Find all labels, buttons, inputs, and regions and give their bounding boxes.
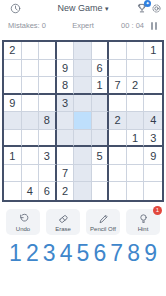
- cell-r8c6[interactable]: [92, 165, 110, 183]
- cell-r9c9[interactable]: [144, 182, 162, 200]
- eraser-icon: [57, 213, 70, 225]
- cell-r8c8[interactable]: [127, 165, 145, 183]
- cell-r7c4[interactable]: [57, 147, 75, 165]
- cell-r5c5[interactable]: [74, 112, 92, 130]
- cell-r2c7[interactable]: [109, 60, 127, 78]
- cell-r5c8[interactable]: [127, 112, 145, 130]
- gear-icon: [151, 3, 162, 14]
- cell-r3c8[interactable]: 2: [127, 77, 145, 95]
- numpad-3[interactable]: 3: [43, 240, 56, 267]
- numpad-8[interactable]: 8: [127, 240, 140, 267]
- cell-r9c5[interactable]: [74, 182, 92, 200]
- lightbulb-icon: [137, 213, 150, 225]
- cell-r9c1[interactable]: [4, 182, 22, 200]
- chevron-down-icon: ▾: [105, 5, 109, 12]
- cell-r5c2[interactable]: [22, 112, 40, 130]
- hint-button[interactable]: Hint 1: [126, 209, 160, 235]
- undo-button[interactable]: Undo: [6, 209, 40, 235]
- cell-r3c4[interactable]: 8: [57, 77, 75, 95]
- cell-r9c3[interactable]: 6: [39, 182, 57, 200]
- cell-r2c6[interactable]: 6: [92, 60, 110, 78]
- cell-r3c1[interactable]: [4, 77, 22, 95]
- cell-r1c9[interactable]: 1: [144, 42, 162, 60]
- cell-r3c3[interactable]: [39, 77, 57, 95]
- cell-r1c4[interactable]: [57, 42, 75, 60]
- cell-r6c6[interactable]: [92, 130, 110, 148]
- cell-r5c7[interactable]: 2: [109, 112, 127, 130]
- cell-r2c4[interactable]: 9: [57, 60, 75, 78]
- cell-r6c7[interactable]: [109, 130, 127, 148]
- cell-r5c1[interactable]: [4, 112, 22, 130]
- settings-button[interactable]: [151, 3, 162, 14]
- cell-r1c5[interactable]: [74, 42, 92, 60]
- numpad-7[interactable]: 7: [110, 240, 123, 267]
- sudoku-board: 21968172938241313597462: [2, 40, 164, 202]
- cell-r2c5[interactable]: [74, 60, 92, 78]
- cell-r3c7[interactable]: 7: [109, 77, 127, 95]
- number-pad: 123456789: [0, 240, 166, 267]
- cell-r9c2[interactable]: 4: [22, 182, 40, 200]
- cell-r4c7[interactable]: [109, 95, 127, 113]
- cell-r4c6[interactable]: [92, 95, 110, 113]
- pause-button[interactable]: [149, 21, 159, 30]
- cell-r4c5[interactable]: [74, 95, 92, 113]
- cell-r8c5[interactable]: [74, 165, 92, 183]
- cell-r1c3[interactable]: [39, 42, 57, 60]
- cell-r1c8[interactable]: [127, 42, 145, 60]
- numpad-9[interactable]: 9: [144, 240, 157, 267]
- page-title: New Game: [57, 3, 102, 13]
- cell-r1c7[interactable]: [109, 42, 127, 60]
- cell-r3c6[interactable]: 1: [92, 77, 110, 95]
- cell-r2c1[interactable]: [4, 60, 22, 78]
- cell-r7c8[interactable]: [127, 147, 145, 165]
- cell-r2c2[interactable]: [22, 60, 40, 78]
- cell-r6c9[interactable]: 3: [144, 130, 162, 148]
- cell-r8c7[interactable]: [109, 165, 127, 183]
- numpad-1[interactable]: 1: [9, 240, 22, 267]
- cell-r7c7[interactable]: [109, 147, 127, 165]
- cell-r6c1[interactable]: [4, 130, 22, 148]
- numpad-5[interactable]: 5: [77, 240, 90, 267]
- cell-r8c9[interactable]: [144, 165, 162, 183]
- trophy-notification-badge: ✦: [144, 0, 151, 7]
- cell-r4c3[interactable]: [39, 95, 57, 113]
- cell-r2c8[interactable]: [127, 60, 145, 78]
- cell-r6c8[interactable]: 1: [127, 130, 145, 148]
- cell-r9c7[interactable]: [109, 182, 127, 200]
- cell-r9c4[interactable]: 2: [57, 182, 75, 200]
- cell-r8c4[interactable]: 7: [57, 165, 75, 183]
- cell-r4c8[interactable]: [127, 95, 145, 113]
- cell-r8c1[interactable]: [4, 165, 22, 183]
- cell-r8c3[interactable]: [39, 165, 57, 183]
- cell-r2c3[interactable]: [39, 60, 57, 78]
- tool-label: Hint: [138, 226, 149, 232]
- erase-button[interactable]: Erase: [46, 209, 80, 235]
- numpad-6[interactable]: 6: [93, 240, 106, 267]
- cell-r8c2[interactable]: [22, 165, 40, 183]
- cell-r7c9[interactable]: 9: [144, 147, 162, 165]
- cell-r4c1[interactable]: 9: [4, 95, 22, 113]
- cell-r5c6[interactable]: [92, 112, 110, 130]
- cell-r9c8[interactable]: [127, 182, 145, 200]
- cell-r1c6[interactable]: [92, 42, 110, 60]
- cell-r4c4[interactable]: 3: [57, 95, 75, 113]
- cell-r7c3[interactable]: 3: [39, 147, 57, 165]
- cell-r3c2[interactable]: [22, 77, 40, 95]
- numpad-4[interactable]: 4: [60, 240, 73, 267]
- pause-icon: [151, 22, 153, 30]
- cell-r6c3[interactable]: [39, 130, 57, 148]
- cell-r2c9[interactable]: [144, 60, 162, 78]
- cell-r6c5[interactable]: [74, 130, 92, 148]
- cell-r7c5[interactable]: [74, 147, 92, 165]
- cell-r4c9[interactable]: [144, 95, 162, 113]
- status-bar: Mistakes: 0 Expert 00 : 04: [0, 20, 166, 32]
- cell-r7c2[interactable]: [22, 147, 40, 165]
- undo-icon: [17, 213, 30, 225]
- cell-r6c4[interactable]: [57, 130, 75, 148]
- numpad-2[interactable]: 2: [26, 240, 39, 267]
- cell-r1c2[interactable]: [22, 42, 40, 60]
- cell-r7c1[interactable]: 1: [4, 147, 22, 165]
- cell-r3c9[interactable]: [144, 77, 162, 95]
- cell-r7c6[interactable]: 5: [92, 147, 110, 165]
- cell-r5c9[interactable]: 4: [144, 112, 162, 130]
- cell-r5c4[interactable]: [57, 112, 75, 130]
- pencil-icon: [97, 213, 110, 225]
- timer: 00 : 04: [121, 21, 144, 30]
- hint-badge: 1: [153, 206, 162, 215]
- pencil-button[interactable]: Pencil Off: [86, 209, 120, 235]
- cell-r5c3[interactable]: 8: [39, 112, 57, 130]
- trophy-button[interactable]: ✦: [136, 2, 148, 15]
- tool-label: Erase: [55, 226, 71, 232]
- cell-r6c2[interactable]: [22, 130, 40, 148]
- toolbar: Undo Erase Pencil Off Hin: [0, 209, 166, 235]
- tool-label: Pencil Off: [90, 226, 116, 232]
- cell-r9c6[interactable]: [92, 182, 110, 200]
- cell-r4c2[interactable]: [22, 95, 40, 113]
- tool-label: Undo: [16, 226, 30, 232]
- cell-r1c1[interactable]: 2: [4, 42, 22, 60]
- cell-r3c5[interactable]: [74, 77, 92, 95]
